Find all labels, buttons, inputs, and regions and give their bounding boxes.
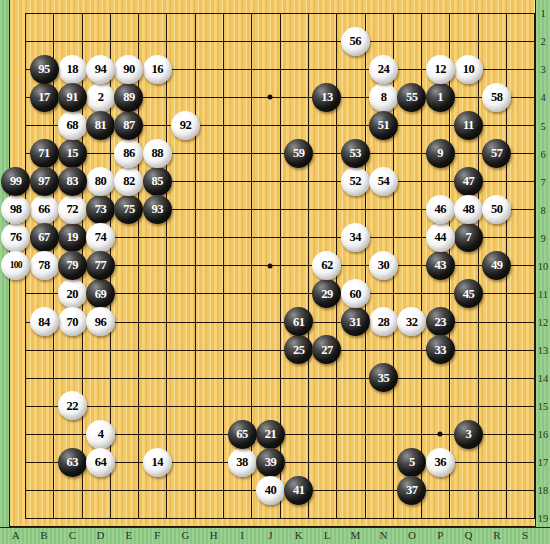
- stone-F17[interactable]: 14: [143, 448, 172, 477]
- stone-G5[interactable]: 92: [171, 111, 200, 140]
- stone-A10[interactable]: 100: [1, 251, 30, 280]
- stone-D8[interactable]: 73: [86, 195, 115, 224]
- stone-E8[interactable]: 75: [114, 195, 143, 224]
- stone-E4[interactable]: 89: [114, 83, 143, 112]
- stone-C7[interactable]: 83: [58, 167, 87, 196]
- stone-Q9[interactable]: 7: [454, 223, 483, 252]
- stone-E3[interactable]: 90: [114, 55, 143, 84]
- stone-B3[interactable]: 95: [30, 55, 59, 84]
- stone-C15[interactable]: 22: [58, 391, 87, 420]
- stone-R8[interactable]: 50: [482, 195, 511, 224]
- stone-C8[interactable]: 72: [58, 195, 87, 224]
- stone-C17[interactable]: 63: [58, 448, 87, 477]
- stone-A7[interactable]: 99: [1, 167, 30, 196]
- stone-D5[interactable]: 81: [86, 111, 115, 140]
- stone-C4[interactable]: 91: [58, 83, 87, 112]
- stone-E5[interactable]: 87: [114, 111, 143, 140]
- stone-A9[interactable]: 76: [1, 223, 30, 252]
- stone-P12[interactable]: 23: [426, 307, 455, 336]
- stone-B10[interactable]: 78: [30, 251, 59, 280]
- stone-P10[interactable]: 43: [426, 251, 455, 280]
- stone-M7[interactable]: 52: [341, 167, 370, 196]
- stone-M11[interactable]: 60: [341, 279, 370, 308]
- stone-O18[interactable]: 37: [397, 476, 426, 505]
- stone-J16[interactable]: 21: [256, 420, 285, 449]
- stone-N4[interactable]: 8: [369, 83, 398, 112]
- stone-B6[interactable]: 71: [30, 139, 59, 168]
- stone-B4[interactable]: 17: [30, 83, 59, 112]
- stone-Q8[interactable]: 48: [454, 195, 483, 224]
- stone-R10[interactable]: 49: [482, 251, 511, 280]
- stone-P4[interactable]: 1: [426, 83, 455, 112]
- stone-C9[interactable]: 19: [58, 223, 87, 252]
- go-game-diagram: 12345678910111213141516171819 ABCDEFGHIJ…: [0, 0, 550, 544]
- stone-F8[interactable]: 93: [143, 195, 172, 224]
- stone-K13[interactable]: 25: [284, 335, 313, 364]
- stone-E7[interactable]: 82: [114, 167, 143, 196]
- stone-F3[interactable]: 16: [143, 55, 172, 84]
- stone-Q11[interactable]: 45: [454, 279, 483, 308]
- stone-D10[interactable]: 77: [86, 251, 115, 280]
- stone-R6[interactable]: 57: [482, 139, 511, 168]
- stone-L10[interactable]: 62: [312, 251, 341, 280]
- stone-D12[interactable]: 96: [86, 307, 115, 336]
- stone-B12[interactable]: 84: [30, 307, 59, 336]
- stone-C12[interactable]: 70: [58, 307, 87, 336]
- stone-M12[interactable]: 31: [341, 307, 370, 336]
- stone-P17[interactable]: 36: [426, 448, 455, 477]
- stone-K12[interactable]: 61: [284, 307, 313, 336]
- stone-A8[interactable]: 98: [1, 195, 30, 224]
- stone-P13[interactable]: 33: [426, 335, 455, 364]
- stone-D9[interactable]: 74: [86, 223, 115, 252]
- stone-Q16[interactable]: 3: [454, 420, 483, 449]
- stone-D16[interactable]: 4: [86, 420, 115, 449]
- stone-F6[interactable]: 88: [143, 139, 172, 168]
- stone-O12[interactable]: 32: [397, 307, 426, 336]
- stone-P6[interactable]: 9: [426, 139, 455, 168]
- stone-N10[interactable]: 30: [369, 251, 398, 280]
- stone-N7[interactable]: 54: [369, 167, 398, 196]
- stone-I16[interactable]: 65: [228, 420, 257, 449]
- stone-B9[interactable]: 67: [30, 223, 59, 252]
- stone-M2[interactable]: 56: [341, 27, 370, 56]
- stone-D11[interactable]: 69: [86, 279, 115, 308]
- stone-P8[interactable]: 46: [426, 195, 455, 224]
- stone-O17[interactable]: 5: [397, 448, 426, 477]
- stones-grid: 1234578910111213141516171819202122232425…: [2, 0, 540, 532]
- stone-C10[interactable]: 79: [58, 251, 87, 280]
- stone-J18[interactable]: 40: [256, 476, 285, 505]
- stone-P9[interactable]: 44: [426, 223, 455, 252]
- stone-Q7[interactable]: 47: [454, 167, 483, 196]
- stone-L11[interactable]: 29: [312, 279, 341, 308]
- stone-F7[interactable]: 85: [143, 167, 172, 196]
- stone-L4[interactable]: 13: [312, 83, 341, 112]
- stone-E6[interactable]: 86: [114, 139, 143, 168]
- stone-C3[interactable]: 18: [58, 55, 87, 84]
- stone-J17[interactable]: 39: [256, 448, 285, 477]
- stone-D4[interactable]: 2: [86, 83, 115, 112]
- stone-N3[interactable]: 24: [369, 55, 398, 84]
- stone-K18[interactable]: 41: [284, 476, 313, 505]
- stone-Q3[interactable]: 10: [454, 55, 483, 84]
- stone-C11[interactable]: 20: [58, 279, 87, 308]
- stone-D17[interactable]: 64: [86, 448, 115, 477]
- stones-and-stars-layer: 1234578910111213141516171819202122232425…: [0, 0, 550, 527]
- stone-B8[interactable]: 66: [30, 195, 59, 224]
- stone-Q5[interactable]: 11: [454, 111, 483, 140]
- stone-C5[interactable]: 68: [58, 111, 87, 140]
- stone-P3[interactable]: 12: [426, 55, 455, 84]
- stone-M9[interactable]: 34: [341, 223, 370, 252]
- stone-R4[interactable]: 58: [482, 83, 511, 112]
- stone-O4[interactable]: 55: [397, 83, 426, 112]
- stone-M6[interactable]: 53: [341, 139, 370, 168]
- stone-N14[interactable]: 35: [369, 363, 398, 392]
- stone-K6[interactable]: 59: [284, 139, 313, 168]
- stone-I17[interactable]: 38: [228, 448, 257, 477]
- stone-D7[interactable]: 80: [86, 167, 115, 196]
- stone-B7[interactable]: 97: [30, 167, 59, 196]
- stone-N5[interactable]: 51: [369, 111, 398, 140]
- stone-L13[interactable]: 27: [312, 335, 341, 364]
- stone-C6[interactable]: 15: [58, 139, 87, 168]
- stone-D3[interactable]: 94: [86, 55, 115, 84]
- stone-N12[interactable]: 28: [369, 307, 398, 336]
